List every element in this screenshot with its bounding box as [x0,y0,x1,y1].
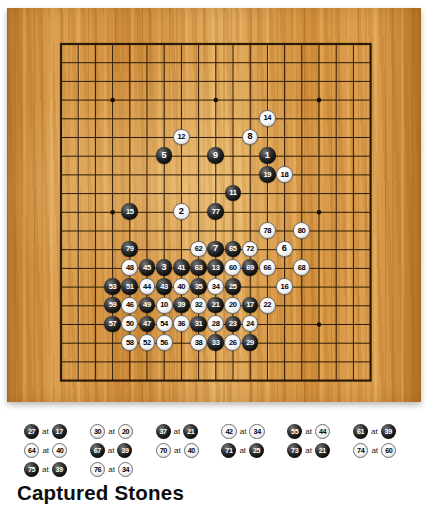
stone-w-40[interactable]: 40 [173,278,190,295]
stone-w-56[interactable]: 56 [156,334,173,351]
captured-row: 27at1730at2037at2142at3455at4461at39 [24,424,419,439]
stone-number: 51 [126,283,134,291]
captured-entry: 76at34 [90,462,156,477]
stone-b-39[interactable]: 39 [173,297,190,314]
captured-entry: 27at17 [24,424,90,439]
at-label: at [42,427,49,436]
captured-entry: 71at25 [221,443,287,458]
at-label: at [239,446,246,455]
stone-b-17[interactable]: 17 [242,297,259,314]
stone-number: 64 [28,447,35,454]
stone-number: 34 [254,428,261,435]
stone-number: 67 [94,447,101,454]
stone-number: 3 [162,263,167,272]
stone-number: 44 [319,428,326,435]
stone-number: 53 [109,283,117,291]
captured-stone-b-39: 39 [117,443,132,458]
captured-stones-list: 27at1730at2037at2142at3455at4461at3964at… [24,424,419,477]
stone-number: 30 [94,428,101,435]
stone-w-28[interactable]: 28 [207,315,224,332]
captured-entry: 67at39 [90,443,156,458]
stone-b-5[interactable]: 5 [156,147,173,164]
stone-number: 76 [94,466,101,473]
stone-number: 8 [247,132,252,141]
captured-stone-b-21: 21 [183,424,198,439]
go-kifu-diagram: 1412859119181115277788079627657264845341… [0,0,428,516]
stone-number: 48 [126,264,134,272]
stone-number: 16 [281,283,289,291]
at-label: at [42,446,49,455]
captured-stone-b-37: 37 [156,424,171,439]
stone-w-14[interactable]: 14 [259,110,276,127]
captured-stone-w-42: 42 [221,424,236,439]
stone-number: 28 [212,320,220,328]
stone-number: 74 [357,447,364,454]
stone-number: 18 [281,171,289,179]
at-label: at [42,465,49,474]
captured-stone-b-27: 27 [24,424,39,439]
stone-number: 47 [143,320,151,328]
stone-b-13[interactable]: 13 [207,259,224,276]
stone-w-78[interactable]: 78 [259,222,276,239]
captured-entry: 75at39 [24,462,90,477]
stone-b-77[interactable]: 77 [207,203,224,220]
stone-number: 55 [291,428,298,435]
stone-w-34[interactable]: 34 [207,278,224,295]
stone-w-20[interactable]: 20 [224,297,241,314]
stone-number: 62 [195,245,203,253]
stone-number: 37 [159,428,166,435]
stone-w-46[interactable]: 46 [121,297,138,314]
at-label: at [108,465,115,474]
stone-b-11[interactable]: 11 [225,185,242,202]
stone-number: 60 [229,264,237,272]
stone-w-60[interactable]: 60 [224,259,241,276]
stone-w-54[interactable]: 54 [156,315,173,332]
stone-b-65[interactable]: 65 [225,241,242,258]
stone-w-36[interactable]: 36 [173,315,190,332]
stone-b-45[interactable]: 45 [139,259,156,276]
stone-number: 73 [291,447,298,454]
stone-b-47[interactable]: 47 [139,316,156,333]
stone-number: 20 [229,301,237,309]
stone-w-2[interactable]: 2 [173,203,190,220]
stone-w-32[interactable]: 32 [190,297,207,314]
stone-number: 58 [126,339,134,347]
at-label: at [305,427,312,436]
captured-stone-w-64: 64 [24,443,39,458]
stone-b-63[interactable]: 63 [190,259,207,276]
stone-b-9[interactable]: 9 [207,147,224,164]
stone-b-29[interactable]: 29 [242,334,259,351]
stone-number: 36 [177,320,185,328]
captured-entry: 37at21 [156,424,222,439]
at-label: at [371,427,378,436]
stone-number: 46 [126,301,134,309]
stone-w-22[interactable]: 22 [259,297,276,314]
stone-number: 40 [188,447,195,454]
stone-number: 75 [28,466,35,473]
stone-number: 22 [263,301,271,309]
caption-title: Captured Stones [17,481,184,505]
stone-w-38[interactable]: 38 [190,334,207,351]
captured-stone-w-40: 40 [52,443,67,458]
stone-number: 39 [121,447,128,454]
stone-number: 72 [246,245,254,253]
stone-number: 65 [229,245,237,253]
captured-stone-b-75: 75 [24,462,39,477]
stone-number: 42 [225,428,232,435]
stone-b-19[interactable]: 19 [259,166,276,183]
board-intersections: 1412859119181115277788079627657264845341… [52,34,379,389]
stone-w-50[interactable]: 50 [121,315,138,332]
stone-w-6[interactable]: 6 [276,241,293,258]
stone-number: 25 [229,283,237,291]
stone-number: 6 [282,244,287,253]
stone-number: 17 [246,301,254,309]
stone-number: 34 [122,466,129,473]
captured-stone-w-30: 30 [90,424,105,439]
stone-number: 10 [160,301,168,309]
captured-entry: 64at40 [24,443,90,458]
stone-w-12[interactable]: 12 [173,129,190,146]
at-label: at [174,427,181,436]
stone-number: 49 [143,301,151,309]
stone-number: 21 [187,428,194,435]
stone-b-3[interactable]: 3 [156,259,173,276]
captured-stone-w-70: 70 [156,443,171,458]
stone-number: 9 [213,151,218,160]
captured-entry: 74at60 [353,443,419,458]
stone-number: 78 [263,227,271,235]
stone-b-79[interactable]: 79 [121,241,138,258]
captured-entry: 70at40 [156,443,222,458]
captured-stone-b-55: 55 [287,424,302,439]
stone-b-1[interactable]: 1 [259,147,276,164]
stone-number: 26 [229,339,237,347]
stone-number: 17 [56,428,63,435]
stone-number: 63 [195,264,203,272]
stone-number: 34 [212,283,220,291]
captured-row: 64at4067at3970at4071at2573at2174at60 [24,443,419,458]
stone-number: 79 [126,245,134,253]
stone-number: 24 [246,320,254,328]
captured-stone-b-39: 39 [52,462,67,477]
stone-b-21[interactable]: 21 [207,297,224,314]
stone-b-25[interactable]: 25 [225,278,242,295]
at-label: at [108,446,115,455]
stone-number: 32 [195,301,203,309]
stone-number: 29 [246,339,254,347]
stone-number: 45 [143,264,151,272]
stone-number: 69 [246,264,254,272]
stone-number: 31 [195,320,203,328]
stone-number: 39 [56,466,63,473]
captured-stone-b-67: 67 [90,443,105,458]
stone-b-53[interactable]: 53 [104,278,121,295]
stone-number: 59 [109,301,117,309]
stone-number: 39 [385,428,392,435]
at-label: at [305,446,312,455]
stone-w-44[interactable]: 44 [139,278,156,295]
stone-number: 15 [126,208,134,216]
stone-w-18[interactable]: 18 [276,166,293,183]
captured-stone-w-44: 44 [315,424,330,439]
stone-number: 54 [160,320,168,328]
stone-w-8[interactable]: 8 [242,129,259,146]
stone-number: 38 [195,339,203,347]
at-label: at [108,427,115,436]
stone-w-16[interactable]: 16 [276,278,293,295]
captured-stone-w-76: 76 [90,462,105,477]
stone-b-15[interactable]: 15 [121,203,138,220]
captured-stone-w-74: 74 [353,443,368,458]
stone-number: 41 [177,264,185,272]
stone-b-7[interactable]: 7 [207,241,224,258]
captured-stone-w-40: 40 [184,443,199,458]
stone-number: 56 [160,339,168,347]
stone-b-31[interactable]: 31 [190,316,207,333]
stone-b-23[interactable]: 23 [225,316,242,333]
captured-stone-b-17: 17 [52,424,67,439]
stone-number: 40 [177,283,185,291]
stone-number: 13 [212,264,220,272]
stone-number: 43 [160,283,168,291]
captured-stone-b-21: 21 [315,443,330,458]
stone-number: 71 [225,447,232,454]
stone-b-69[interactable]: 69 [242,259,259,276]
go-board: 1412859119181115277788079627657264845341… [7,8,421,402]
stone-b-33[interactable]: 33 [207,334,224,351]
captured-stone-w-60: 60 [381,443,396,458]
stone-w-24[interactable]: 24 [242,315,259,332]
stone-w-72[interactable]: 72 [242,241,259,258]
stone-w-66[interactable]: 66 [259,259,276,276]
captured-entry: 55at44 [287,424,353,439]
captured-stone-b-39: 39 [381,424,396,439]
at-label: at [240,427,247,436]
stone-b-59[interactable]: 59 [104,297,121,314]
captured-stone-w-20: 20 [118,424,133,439]
stone-number: 7 [213,244,218,253]
captured-stone-b-71: 71 [221,443,236,458]
stone-w-52[interactable]: 52 [139,334,156,351]
stone-number: 68 [298,264,306,272]
stone-w-62[interactable]: 62 [190,241,207,258]
captured-entry: 61at39 [353,424,419,439]
stone-number: 19 [263,171,271,179]
stone-w-10[interactable]: 10 [156,297,173,314]
stone-number: 2 [179,207,184,216]
stone-number: 12 [177,133,185,141]
stone-number: 23 [229,320,237,328]
stone-number: 27 [28,428,35,435]
stone-w-58[interactable]: 58 [121,334,138,351]
stone-b-35[interactable]: 35 [190,278,207,295]
captured-entry: 73at21 [287,443,353,458]
stone-number: 21 [212,301,220,309]
stone-number: 57 [109,320,117,328]
stone-number: 5 [162,151,167,160]
captured-entry: 42at34 [221,424,287,439]
captured-row: 75at3976at34 [24,462,419,477]
stone-w-26[interactable]: 26 [224,334,241,351]
stone-b-41[interactable]: 41 [173,259,190,276]
stone-number: 70 [160,447,167,454]
captured-stone-b-61: 61 [353,424,368,439]
stone-number: 35 [195,283,203,291]
at-label: at [371,446,378,455]
stone-number: 33 [212,339,220,347]
stone-number: 50 [126,320,134,328]
stone-number: 66 [263,264,271,272]
stone-number: 52 [143,339,151,347]
stone-b-51[interactable]: 51 [121,278,138,295]
stone-number: 14 [263,114,271,122]
stone-b-49[interactable]: 49 [139,297,156,314]
captured-stone-b-25: 25 [249,443,264,458]
stone-number: 21 [319,447,326,454]
stone-number: 1 [265,151,270,160]
stone-number: 25 [253,447,260,454]
stone-number: 60 [385,447,392,454]
stone-w-68[interactable]: 68 [293,259,310,276]
stone-number: 20 [122,428,129,435]
stone-w-80[interactable]: 80 [293,222,310,239]
stone-number: 44 [143,283,151,291]
stone-number: 80 [298,227,306,235]
stone-b-57[interactable]: 57 [104,316,121,333]
captured-stone-w-34: 34 [249,424,264,439]
captured-stone-b-73: 73 [287,443,302,458]
captured-stone-w-34: 34 [118,462,133,477]
stone-number: 40 [56,447,63,454]
stone-b-43[interactable]: 43 [156,278,173,295]
stone-number: 61 [357,428,364,435]
captured-entry: 30at20 [90,424,156,439]
stone-number: 77 [212,208,220,216]
stone-number: 11 [229,189,236,197]
stone-number: 39 [177,301,185,309]
at-label: at [174,446,181,455]
stone-w-48[interactable]: 48 [121,259,138,276]
